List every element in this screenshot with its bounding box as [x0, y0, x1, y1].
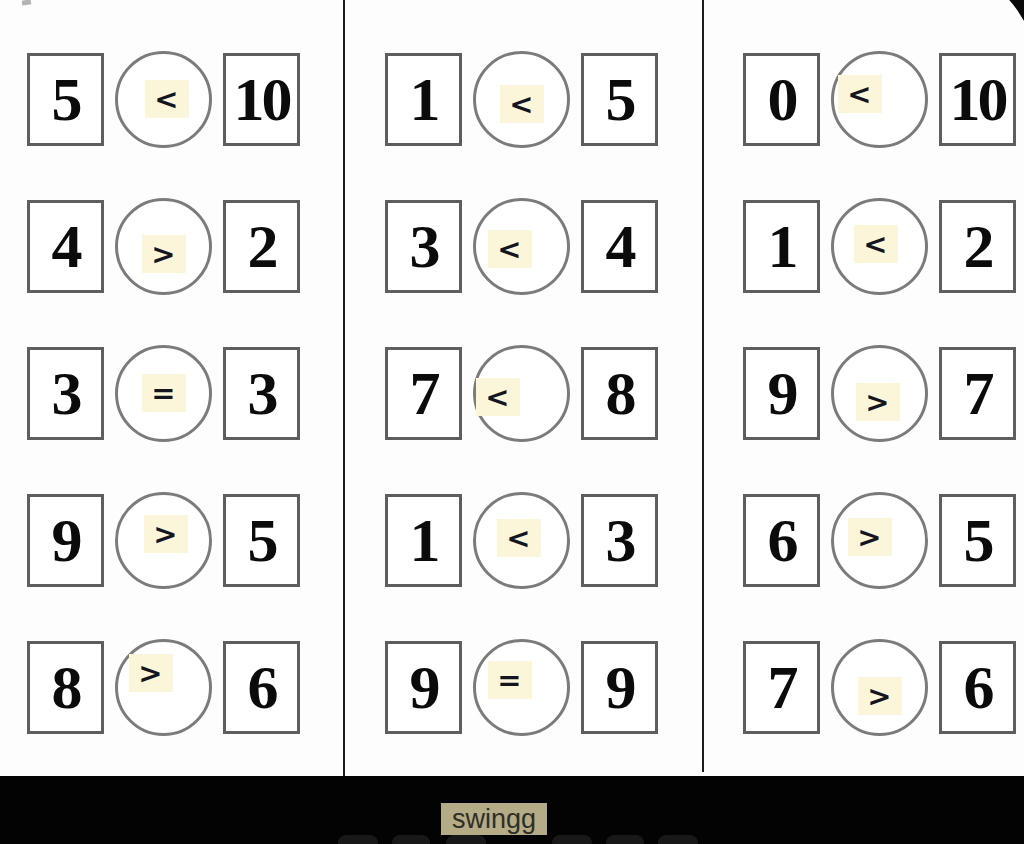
- left-number: 1: [410, 509, 438, 571]
- right-number-box: 5: [223, 494, 300, 587]
- left-number-box: 7: [385, 347, 462, 440]
- right-number-box: 3: [581, 494, 658, 587]
- bottom-bar: swingg: [0, 776, 1024, 844]
- left-number: 3: [410, 215, 438, 277]
- answer-highlight[interactable]: <: [854, 225, 898, 263]
- worksheet-column-1: 5 < 10 4 > 2 3 = 3 9 > 5 8 > 6: [0, 0, 370, 734]
- right-number: 6: [248, 656, 276, 718]
- right-number-box: 10: [939, 53, 1016, 146]
- right-number: 10: [234, 68, 290, 130]
- left-number-box: 8: [27, 641, 104, 734]
- answer-circle[interactable]: >: [115, 492, 212, 589]
- cutoff-glyph-artifact: [606, 835, 644, 844]
- left-number: 7: [410, 362, 438, 424]
- right-number-box: 3: [223, 347, 300, 440]
- comparison-row: 3 < 4: [385, 199, 742, 293]
- cutoff-glyph-artifact: [392, 835, 430, 844]
- answer-circle[interactable]: <: [831, 198, 928, 295]
- comparison-row: 1 < 3: [385, 493, 742, 587]
- comparison-row: 9 > 7: [743, 346, 1024, 440]
- right-number: 2: [964, 215, 992, 277]
- answer-circle[interactable]: =: [473, 639, 570, 736]
- comparison-symbol: >: [865, 388, 889, 417]
- answer-circle[interactable]: <: [115, 51, 212, 148]
- comparison-row: 7 > 6: [743, 640, 1024, 734]
- right-number: 2: [248, 215, 276, 277]
- comparison-symbol: =: [497, 666, 521, 695]
- right-number: 3: [248, 362, 276, 424]
- comparison-symbol: >: [867, 682, 891, 711]
- comparison-row: 7 < 8: [385, 346, 742, 440]
- answer-highlight[interactable]: >: [856, 383, 900, 421]
- left-number-box: 4: [27, 200, 104, 293]
- right-number: 6: [964, 656, 992, 718]
- right-number: 5: [248, 509, 276, 571]
- right-number: 5: [606, 68, 634, 130]
- answer-highlight[interactable]: >: [142, 235, 186, 273]
- left-number-box: 1: [743, 200, 820, 293]
- left-number-box: 7: [743, 641, 820, 734]
- cutoff-glyph-artifact: [446, 835, 486, 844]
- comparison-row: 6 > 5: [743, 493, 1024, 587]
- right-number: 9: [606, 656, 634, 718]
- comparison-symbol: <: [506, 524, 530, 553]
- right-number-box: 4: [581, 200, 658, 293]
- right-number: 3: [606, 509, 634, 571]
- right-number: 7: [964, 362, 992, 424]
- worksheet-column-2: 1 < 5 3 < 4 7 < 8 1 < 3 9 = 9: [345, 0, 742, 734]
- left-number-box: 9: [385, 641, 462, 734]
- comparison-symbol: <: [847, 80, 871, 109]
- comparison-symbol: <: [863, 230, 887, 259]
- answer-highlight[interactable]: >: [848, 518, 892, 556]
- comparison-row: 9 > 5: [27, 493, 370, 587]
- comparison-row: 4 > 2: [27, 199, 370, 293]
- right-number-box: 2: [939, 200, 1016, 293]
- answer-circle[interactable]: =: [115, 345, 212, 442]
- comparison-row: 8 > 6: [27, 640, 370, 734]
- comparison-symbol: >: [151, 240, 175, 269]
- answer-circle[interactable]: >: [831, 492, 928, 589]
- left-number-box: 9: [743, 347, 820, 440]
- answer-highlight[interactable]: >: [858, 677, 902, 715]
- left-number-box: 0: [743, 53, 820, 146]
- answer-circle[interactable]: >: [831, 639, 928, 736]
- left-number-box: 9: [27, 494, 104, 587]
- right-number-box: 7: [939, 347, 1016, 440]
- right-number-box: 6: [223, 641, 300, 734]
- column-divider: [343, 0, 345, 776]
- answer-highlight[interactable]: >: [129, 654, 173, 692]
- answer-circle[interactable]: >: [831, 345, 928, 442]
- right-number: 8: [606, 362, 634, 424]
- answer-highlight[interactable]: <: [838, 75, 882, 113]
- left-number-box: 6: [743, 494, 820, 587]
- comparison-row: 1 < 2: [743, 199, 1024, 293]
- left-number: 9: [52, 509, 80, 571]
- cutoff-glyph-artifact: [658, 835, 698, 844]
- comparison-symbol: =: [151, 379, 175, 408]
- left-number: 9: [410, 656, 438, 718]
- right-number-box: 10: [223, 53, 300, 146]
- right-number-box: 6: [939, 641, 1016, 734]
- comparison-symbol: <: [509, 90, 533, 119]
- comparison-symbol: >: [857, 523, 881, 552]
- right-number: 10: [950, 68, 1006, 130]
- comparison-symbol: <: [154, 85, 178, 114]
- right-number: 4: [606, 215, 634, 277]
- right-number-box: 5: [939, 494, 1016, 587]
- left-number-box: 5: [27, 53, 104, 146]
- left-number: 7: [768, 656, 796, 718]
- comparison-row: 9 = 9: [385, 640, 742, 734]
- left-number: 4: [52, 215, 80, 277]
- answer-highlight[interactable]: <: [145, 80, 189, 118]
- answer-circle[interactable]: >: [115, 198, 212, 295]
- right-number-box: 8: [581, 347, 658, 440]
- comparison-symbol: <: [497, 235, 521, 264]
- right-number-box: 2: [223, 200, 300, 293]
- left-number: 1: [768, 215, 796, 277]
- comparison-symbol: >: [153, 520, 177, 549]
- right-number-box: 5: [581, 53, 658, 146]
- comparison-symbol: <: [485, 383, 509, 412]
- answer-circle[interactable]: <: [473, 345, 570, 442]
- answer-circle[interactable]: <: [831, 51, 928, 148]
- comparison-row: 3 = 3: [27, 346, 370, 440]
- answer-highlight[interactable]: >: [144, 515, 188, 553]
- left-number: 5: [52, 68, 80, 130]
- comparison-row: 5 < 10: [27, 52, 370, 146]
- answer-highlight[interactable]: =: [142, 374, 186, 412]
- answer-circle[interactable]: >: [115, 639, 212, 736]
- answer-highlight[interactable]: <: [488, 230, 532, 268]
- cutoff-glyph-artifact: [338, 835, 378, 844]
- left-number-box: 3: [27, 347, 104, 440]
- left-number: 1: [410, 68, 438, 130]
- cutoff-glyph-artifact: [552, 835, 592, 844]
- answer-circle[interactable]: <: [473, 198, 570, 295]
- right-number-box: 9: [581, 641, 658, 734]
- left-number-box: 3: [385, 200, 462, 293]
- answer-highlight[interactable]: =: [488, 661, 532, 699]
- right-number: 5: [964, 509, 992, 571]
- left-number: 0: [768, 68, 796, 130]
- watermark-badge: swingg: [441, 803, 547, 835]
- left-number: 8: [52, 656, 80, 718]
- worksheet: 5 < 10 4 > 2 3 = 3 9 > 5 8 > 6 1 < 5: [0, 0, 1024, 776]
- comparison-row: 0 < 10: [743, 52, 1024, 146]
- answer-highlight[interactable]: <: [500, 85, 544, 123]
- answer-circle[interactable]: <: [473, 492, 570, 589]
- comparison-row: 1 < 5: [385, 52, 742, 146]
- left-number: 6: [768, 509, 796, 571]
- answer-highlight[interactable]: <: [476, 378, 520, 416]
- left-number: 9: [768, 362, 796, 424]
- answer-highlight[interactable]: <: [497, 519, 541, 557]
- column-divider: [702, 0, 704, 772]
- worksheet-column-3: 0 < 10 1 < 2 9 > 7 6 > 5 7 > 6: [704, 0, 1024, 734]
- left-number: 3: [52, 362, 80, 424]
- left-number-box: 1: [385, 494, 462, 587]
- left-number-box: 1: [385, 53, 462, 146]
- comparison-symbol: >: [138, 659, 162, 688]
- answer-circle[interactable]: <: [473, 51, 570, 148]
